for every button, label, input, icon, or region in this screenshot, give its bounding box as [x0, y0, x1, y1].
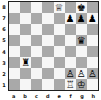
square-e4[interactable] [54, 46, 65, 57]
square-a3[interactable] [9, 57, 20, 68]
square-c2[interactable] [31, 68, 42, 79]
square-e3[interactable] [54, 57, 65, 68]
square-f5[interactable] [65, 35, 76, 46]
square-a6[interactable] [9, 24, 20, 35]
square-b1[interactable] [20, 79, 31, 90]
rank-label-1: 1 [0, 80, 8, 91]
square-b2[interactable] [20, 68, 31, 79]
square-f7[interactable]: ♟ [65, 13, 76, 24]
rank-label-8: 8 [0, 1, 8, 12]
square-a2[interactable] [9, 68, 20, 79]
square-a5[interactable] [9, 35, 20, 46]
black-pawn-piece: ♟ [66, 13, 75, 23]
black-king-piece: ♚ [77, 2, 86, 12]
square-b7[interactable] [20, 13, 31, 24]
square-g2[interactable]: ♙ [76, 68, 87, 79]
black-queen-piece: ♛ [77, 35, 86, 45]
white-king-piece: ♔ [77, 79, 86, 89]
rank-label-6: 6 [0, 24, 8, 35]
square-c4[interactable] [31, 46, 42, 57]
rank-label-7: 7 [0, 12, 8, 23]
square-e6[interactable] [54, 24, 65, 35]
square-h1[interactable] [87, 79, 98, 90]
black-rook-piece: ♜ [21, 57, 30, 67]
square-f1[interactable]: ♖ [65, 79, 76, 90]
square-f4[interactable] [65, 46, 76, 57]
board: ♕♚♟♟♟♛♜♙♙♙♖♔ [8, 1, 99, 91]
square-d1[interactable] [42, 79, 53, 90]
square-d6[interactable] [42, 24, 53, 35]
square-g1[interactable]: ♔ [76, 79, 87, 90]
square-g8[interactable]: ♚ [76, 2, 87, 13]
square-d7[interactable] [42, 13, 53, 24]
square-d4[interactable] [42, 46, 53, 57]
square-c7[interactable] [31, 13, 42, 24]
square-c6[interactable] [31, 24, 42, 35]
file-label-h: h [88, 92, 99, 100]
square-b5[interactable] [20, 35, 31, 46]
file-label-g: g [76, 92, 87, 100]
square-d8[interactable] [42, 2, 53, 13]
black-pawn-piece: ♟ [88, 13, 97, 23]
black-pawn-piece: ♟ [77, 13, 86, 23]
file-label-b: b [19, 92, 30, 100]
square-b8[interactable] [20, 2, 31, 13]
square-g3[interactable] [76, 57, 87, 68]
white-pawn-piece: ♙ [88, 68, 97, 78]
square-g4[interactable] [76, 46, 87, 57]
square-h8[interactable] [87, 2, 98, 13]
rank-labels: 87654321 [0, 1, 8, 91]
rank-label-3: 3 [0, 57, 8, 68]
square-d5[interactable] [42, 35, 53, 46]
square-h3[interactable] [87, 57, 98, 68]
square-e7[interactable] [54, 13, 65, 24]
file-label-a: a [8, 92, 19, 100]
square-f8[interactable] [65, 2, 76, 13]
rank-label-5: 5 [0, 35, 8, 46]
square-d3[interactable] [42, 57, 53, 68]
file-labels: abcdefgh [8, 92, 99, 100]
square-b3[interactable]: ♜ [20, 57, 31, 68]
file-label-d: d [42, 92, 53, 100]
square-e2[interactable] [54, 68, 65, 79]
white-pawn-piece: ♙ [77, 68, 86, 78]
square-e1[interactable] [54, 79, 65, 90]
square-f2[interactable]: ♙ [65, 68, 76, 79]
square-g7[interactable]: ♟ [76, 13, 87, 24]
file-label-c: c [31, 92, 42, 100]
square-a7[interactable] [9, 13, 20, 24]
square-h7[interactable]: ♟ [87, 13, 98, 24]
square-h6[interactable] [87, 24, 98, 35]
white-pawn-piece: ♙ [66, 68, 75, 78]
square-b6[interactable] [20, 24, 31, 35]
square-a1[interactable] [9, 79, 20, 90]
square-h4[interactable] [87, 46, 98, 57]
white-queen-piece: ♕ [55, 2, 64, 12]
rank-label-4: 4 [0, 46, 8, 57]
square-e5[interactable] [54, 35, 65, 46]
square-c1[interactable] [31, 79, 42, 90]
square-d2[interactable] [42, 68, 53, 79]
square-e8[interactable]: ♕ [54, 2, 65, 13]
square-c8[interactable] [31, 2, 42, 13]
white-rook-piece: ♖ [66, 79, 75, 89]
square-h5[interactable] [87, 35, 98, 46]
square-b4[interactable] [20, 46, 31, 57]
rank-label-2: 2 [0, 69, 8, 80]
square-g5[interactable]: ♛ [76, 35, 87, 46]
file-label-e: e [54, 92, 65, 100]
square-a4[interactable] [9, 46, 20, 57]
square-h2[interactable]: ♙ [87, 68, 98, 79]
square-c3[interactable] [31, 57, 42, 68]
square-g6[interactable] [76, 24, 87, 35]
square-c5[interactable] [31, 35, 42, 46]
square-f3[interactable] [65, 57, 76, 68]
file-label-f: f [65, 92, 76, 100]
square-a8[interactable] [9, 2, 20, 13]
chess-board-diagram: 87654321 ♕♚♟♟♟♛♜♙♙♙♖♔ abcdefgh [0, 0, 101, 100]
square-f6[interactable] [65, 24, 76, 35]
